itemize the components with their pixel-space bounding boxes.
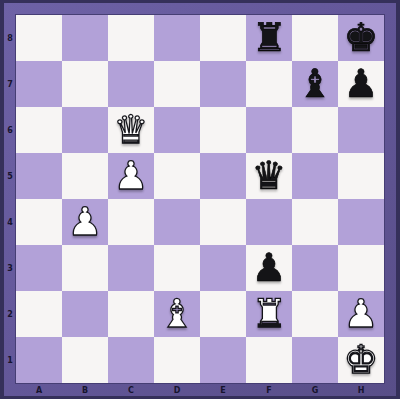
- square-d8[interactable]: [154, 15, 200, 61]
- file-label-e: E: [200, 384, 246, 396]
- square-f2[interactable]: ♜: [246, 291, 292, 337]
- black-king-h8[interactable]: ♚: [344, 15, 379, 61]
- square-f6[interactable]: [246, 107, 292, 153]
- square-a6[interactable]: [16, 107, 62, 153]
- square-g4[interactable]: [292, 199, 338, 245]
- square-f1[interactable]: [246, 337, 292, 383]
- square-c7[interactable]: [108, 61, 154, 107]
- square-a5[interactable]: [16, 153, 62, 199]
- square-f3[interactable]: ♟: [246, 245, 292, 291]
- file-label-f: F: [246, 384, 292, 396]
- white-rook-f2[interactable]: ♜: [252, 291, 287, 337]
- square-b6[interactable]: [62, 107, 108, 153]
- square-c4[interactable]: [108, 199, 154, 245]
- file-labels: ABCDEFGH: [16, 384, 384, 396]
- square-e2[interactable]: [200, 291, 246, 337]
- white-bishop-d2[interactable]: ♝: [160, 291, 195, 337]
- chessboard-widget: 87654321 ABCDEFGH ♜♚♝♟♛♟♛♟♟♝♜♟♚: [0, 0, 400, 399]
- black-rook-f8[interactable]: ♜: [252, 15, 287, 61]
- square-a8[interactable]: [16, 15, 62, 61]
- rank-label-5: 5: [4, 153, 16, 199]
- square-h5[interactable]: [338, 153, 384, 199]
- black-queen-f5[interactable]: ♛: [252, 153, 287, 199]
- square-g7[interactable]: ♝: [292, 61, 338, 107]
- rank-label-3: 3: [4, 245, 16, 291]
- white-pawn-b4[interactable]: ♟: [68, 199, 103, 245]
- chess-board: ♜♚♝♟♛♟♛♟♟♝♜♟♚: [16, 15, 384, 383]
- rank-label-4: 4: [4, 199, 16, 245]
- square-c2[interactable]: [108, 291, 154, 337]
- square-h4[interactable]: [338, 199, 384, 245]
- square-g5[interactable]: [292, 153, 338, 199]
- square-a2[interactable]: [16, 291, 62, 337]
- square-d5[interactable]: [154, 153, 200, 199]
- square-h7[interactable]: ♟: [338, 61, 384, 107]
- square-h1[interactable]: ♚: [338, 337, 384, 383]
- square-c3[interactable]: [108, 245, 154, 291]
- square-e8[interactable]: [200, 15, 246, 61]
- rank-label-8: 8: [4, 15, 16, 61]
- square-f4[interactable]: [246, 199, 292, 245]
- square-e5[interactable]: [200, 153, 246, 199]
- file-label-a: A: [16, 384, 62, 396]
- square-g6[interactable]: [292, 107, 338, 153]
- black-bishop-g7[interactable]: ♝: [298, 61, 333, 107]
- square-d4[interactable]: [154, 199, 200, 245]
- square-d7[interactable]: [154, 61, 200, 107]
- square-c6[interactable]: ♛: [108, 107, 154, 153]
- square-g3[interactable]: [292, 245, 338, 291]
- square-c8[interactable]: [108, 15, 154, 61]
- square-h6[interactable]: [338, 107, 384, 153]
- square-d3[interactable]: [154, 245, 200, 291]
- square-b8[interactable]: [62, 15, 108, 61]
- square-g2[interactable]: [292, 291, 338, 337]
- square-a1[interactable]: [16, 337, 62, 383]
- square-f7[interactable]: [246, 61, 292, 107]
- black-pawn-h7[interactable]: ♟: [344, 61, 379, 107]
- black-pawn-f3[interactable]: ♟: [252, 245, 287, 291]
- file-label-c: C: [108, 384, 154, 396]
- square-d2[interactable]: ♝: [154, 291, 200, 337]
- square-f8[interactable]: ♜: [246, 15, 292, 61]
- square-h8[interactable]: ♚: [338, 15, 384, 61]
- square-g1[interactable]: [292, 337, 338, 383]
- square-f5[interactable]: ♛: [246, 153, 292, 199]
- square-c5[interactable]: ♟: [108, 153, 154, 199]
- square-c1[interactable]: [108, 337, 154, 383]
- square-g8[interactable]: [292, 15, 338, 61]
- square-e1[interactable]: [200, 337, 246, 383]
- square-a7[interactable]: [16, 61, 62, 107]
- white-king-h1[interactable]: ♚: [344, 337, 379, 383]
- file-label-d: D: [154, 384, 200, 396]
- file-label-g: G: [292, 384, 338, 396]
- square-h3[interactable]: [338, 245, 384, 291]
- file-label-b: B: [62, 384, 108, 396]
- white-pawn-h2[interactable]: ♟: [344, 291, 379, 337]
- square-d1[interactable]: [154, 337, 200, 383]
- file-label-h: H: [338, 384, 384, 396]
- square-e4[interactable]: [200, 199, 246, 245]
- square-h2[interactable]: ♟: [338, 291, 384, 337]
- square-b4[interactable]: ♟: [62, 199, 108, 245]
- rank-label-7: 7: [4, 61, 16, 107]
- rank-labels: 87654321: [4, 15, 16, 383]
- square-a4[interactable]: [16, 199, 62, 245]
- square-b2[interactable]: [62, 291, 108, 337]
- square-e7[interactable]: [200, 61, 246, 107]
- white-pawn-c5[interactable]: ♟: [114, 153, 149, 199]
- rank-label-1: 1: [4, 337, 16, 383]
- white-queen-c6[interactable]: ♛: [114, 107, 149, 153]
- square-d6[interactable]: [154, 107, 200, 153]
- square-b3[interactable]: [62, 245, 108, 291]
- square-a3[interactable]: [16, 245, 62, 291]
- rank-label-2: 2: [4, 291, 16, 337]
- square-b5[interactable]: [62, 153, 108, 199]
- square-e3[interactable]: [200, 245, 246, 291]
- rank-label-6: 6: [4, 107, 16, 153]
- square-e6[interactable]: [200, 107, 246, 153]
- square-b1[interactable]: [62, 337, 108, 383]
- square-b7[interactable]: [62, 61, 108, 107]
